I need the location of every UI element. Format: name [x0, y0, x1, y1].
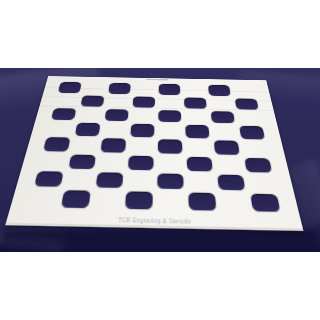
cell-r1c8	[231, 84, 258, 97]
cell-r1c4	[132, 83, 158, 96]
stencil-hole	[158, 140, 183, 154]
cell-r2c8	[233, 97, 261, 111]
cell-r4c7	[210, 124, 239, 140]
cell-r4c3	[100, 122, 129, 138]
stencil-hole	[108, 83, 131, 94]
cell-r1c6	[182, 84, 208, 97]
cell-r6c2	[66, 153, 98, 171]
cell-r8c1	[26, 188, 62, 209]
cell-r3c8	[235, 110, 264, 125]
stencil-hole	[214, 141, 240, 155]
stencil-hole	[217, 174, 245, 190]
cell-r1c3	[106, 82, 132, 95]
stencil-hole	[68, 154, 96, 169]
cell-r3c6	[183, 109, 210, 124]
cell-r6c3	[96, 153, 127, 171]
cell-r7c3	[93, 171, 125, 190]
stencil-hole	[184, 97, 207, 109]
cell-r8c2	[58, 189, 93, 210]
watermark-text: TCR Engraving & Stencils	[6, 215, 302, 227]
cell-r5c1	[41, 136, 73, 153]
stencil-grid	[26, 81, 283, 213]
cell-r4c5	[156, 123, 184, 139]
cell-r2c3	[104, 95, 131, 109]
cell-r3c2	[76, 107, 105, 122]
stencil-hole	[128, 155, 154, 170]
cell-r8c7	[217, 192, 251, 213]
stencil-hole	[159, 84, 181, 95]
cell-r1c7	[206, 84, 233, 97]
cell-r4c2	[73, 122, 103, 138]
cell-r8c5	[155, 191, 187, 212]
stencil-hole	[250, 194, 280, 211]
cell-r6c7	[213, 156, 245, 174]
cell-r4c4	[128, 123, 156, 139]
cell-r5c5	[156, 138, 185, 155]
cell-r6c8	[242, 156, 275, 174]
cell-r3c5	[156, 109, 183, 124]
cell-r8c3	[90, 189, 124, 210]
stencil-sheet: TCR Engraving & Stencils	[5, 76, 303, 231]
cell-r4c1	[45, 121, 76, 137]
cell-r2c6	[182, 96, 209, 110]
cell-r5c2	[69, 137, 100, 154]
cell-r2c5	[157, 96, 183, 110]
stencil-hole	[105, 109, 129, 121]
cell-r3c3	[103, 108, 131, 123]
cell-r7c7	[215, 173, 248, 192]
cell-r3c1	[49, 107, 79, 122]
cell-r3c7	[209, 110, 237, 125]
cell-r7c8	[245, 174, 279, 193]
cell-r2c1	[52, 94, 81, 108]
stencil-hole	[188, 193, 216, 210]
stencil-hole	[132, 96, 155, 108]
cell-r2c7	[207, 97, 234, 111]
cell-r8c6	[186, 191, 219, 212]
cell-r7c6	[185, 172, 217, 191]
sheet-tilt-wrapper: TCR Engraving & Stencils	[0, 0, 320, 320]
cell-r6c6	[185, 155, 215, 173]
cell-r2c4	[131, 95, 157, 109]
stencil-hole	[239, 126, 265, 139]
cell-r1c2	[81, 82, 108, 95]
cell-r5c7	[212, 139, 242, 156]
stencil-hole	[51, 108, 76, 120]
stencil-hole	[158, 110, 181, 122]
stencil-hole	[211, 111, 235, 123]
cell-r6c5	[155, 155, 185, 173]
stencil-hole	[185, 125, 209, 138]
stencil-hole	[244, 158, 272, 173]
cell-r7c5	[155, 172, 186, 191]
stencil-hole	[34, 171, 64, 187]
cell-r7c4	[124, 171, 155, 190]
cell-r8c8	[248, 192, 283, 213]
product-photo: TCR Engraving & Stencils	[0, 0, 320, 320]
cell-r1c5	[157, 83, 182, 96]
stencil-hole	[208, 85, 231, 96]
cell-r3c4	[129, 108, 156, 123]
stencil-hole	[100, 139, 126, 153]
stencil-hole	[125, 192, 153, 209]
cell-r5c4	[127, 138, 156, 155]
cell-r6c4	[126, 154, 156, 172]
stencil-hole	[235, 98, 259, 110]
stencil-hole	[187, 156, 213, 171]
cell-r5c3	[98, 137, 128, 154]
stencil-hole	[43, 137, 70, 151]
stencil-hole	[96, 172, 124, 188]
cell-r4c8	[237, 125, 267, 141]
stencil-hole	[75, 123, 101, 136]
watermark-line2-illegible	[146, 79, 169, 80]
cell-r8c4	[123, 190, 155, 211]
cell-r6c1	[36, 152, 69, 170]
cell-r4c6	[183, 124, 211, 140]
stencil-hole	[61, 190, 91, 207]
cell-r1c1	[56, 81, 84, 94]
cell-r2c2	[78, 94, 106, 108]
cell-r5c6	[184, 139, 213, 156]
stencil-hole	[157, 173, 183, 189]
cell-r7c1	[31, 170, 66, 189]
stencil-hole	[58, 82, 82, 93]
stencil-hole	[80, 95, 104, 107]
cell-r5c8	[239, 140, 270, 157]
stencil-hole	[130, 124, 154, 137]
cell-r7c2	[62, 170, 95, 189]
